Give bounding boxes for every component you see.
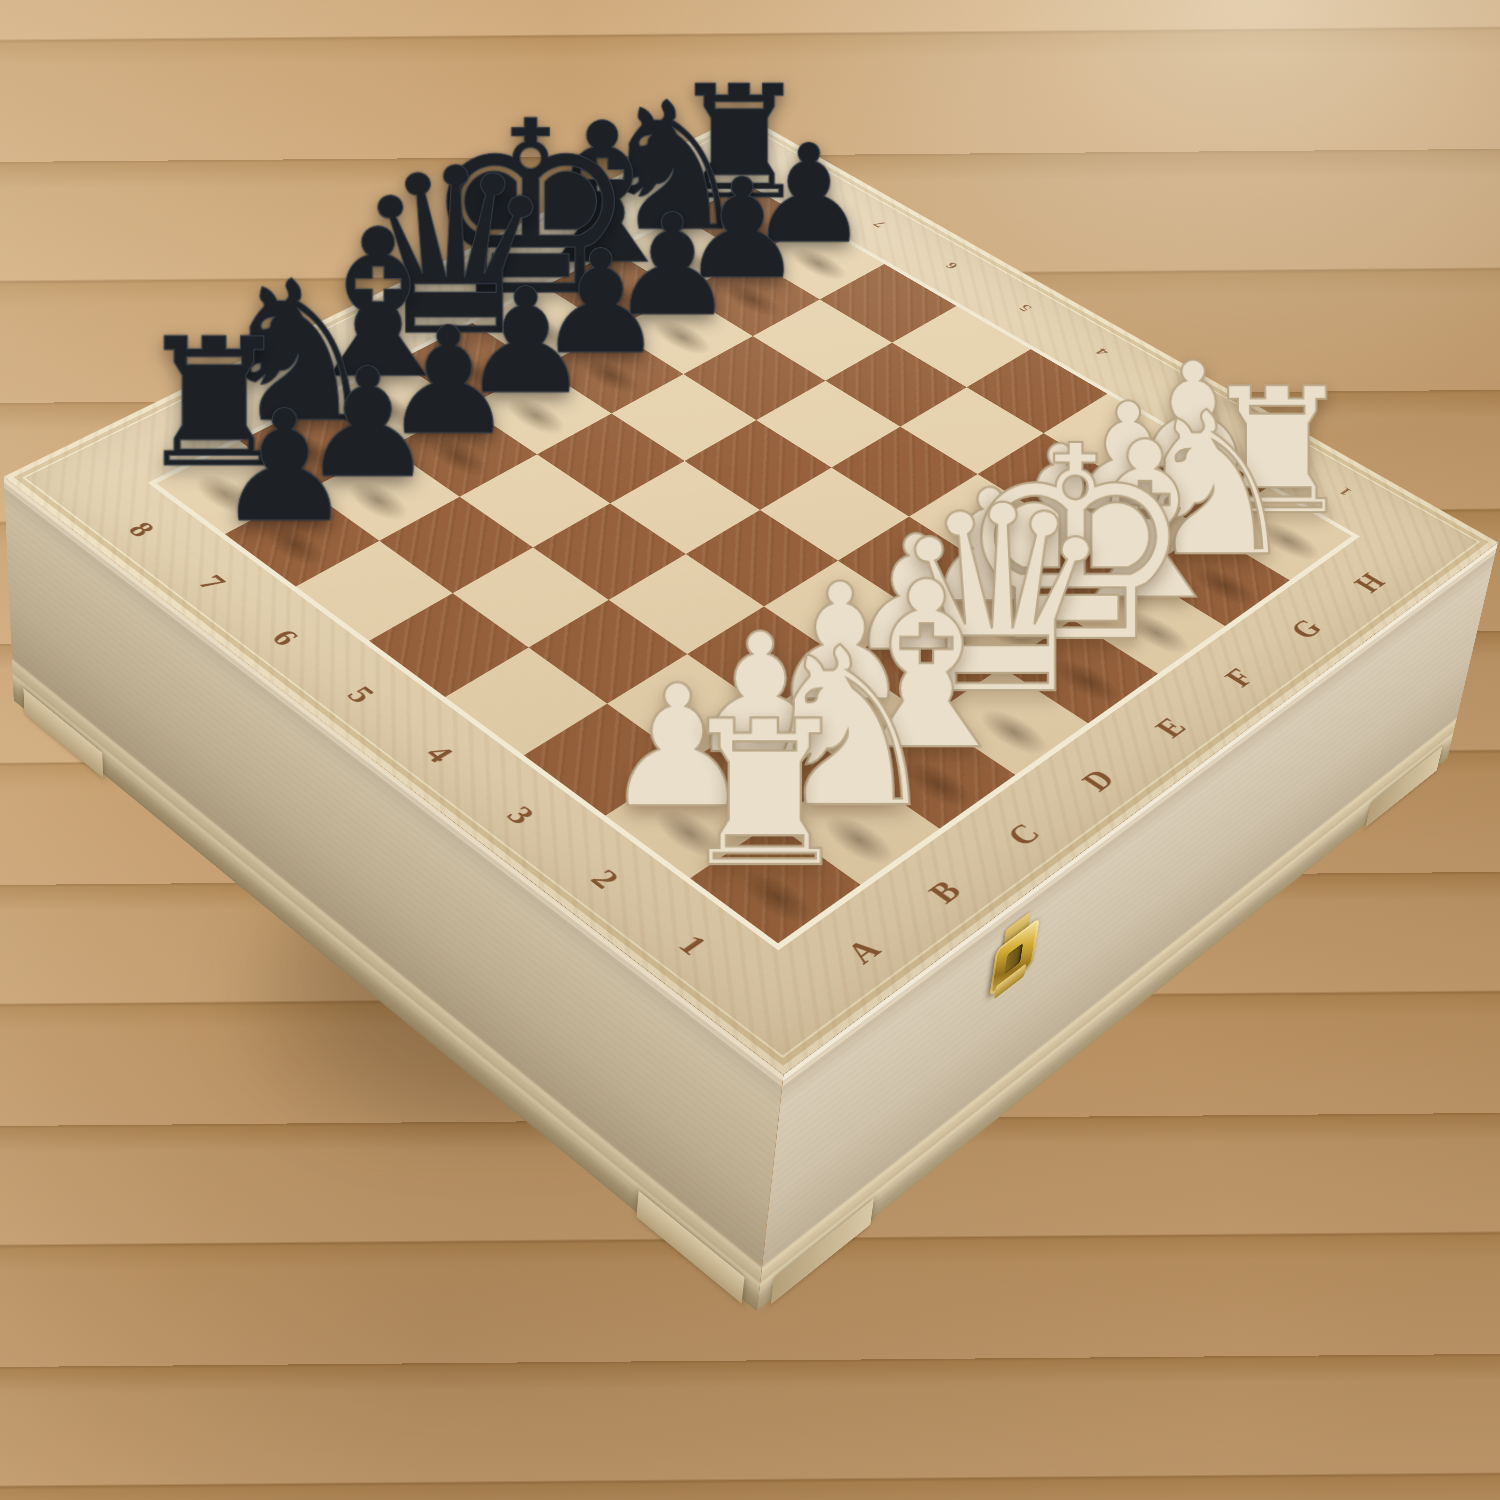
- black-pawn-glyph: ♟: [215, 389, 353, 543]
- chess-box: A11B22C33D44E55F66G77H88 ♜♞♝♛♚♝♞♜♟♟♟♟♟♟♟…: [4, 114, 1499, 1074]
- white-rook-glyph: ♜: [675, 695, 855, 896]
- scene: A11B22C33D44E55F66G77H88 ♜♞♝♛♚♝♞♜♟♟♟♟♟♟♟…: [0, 0, 1500, 1500]
